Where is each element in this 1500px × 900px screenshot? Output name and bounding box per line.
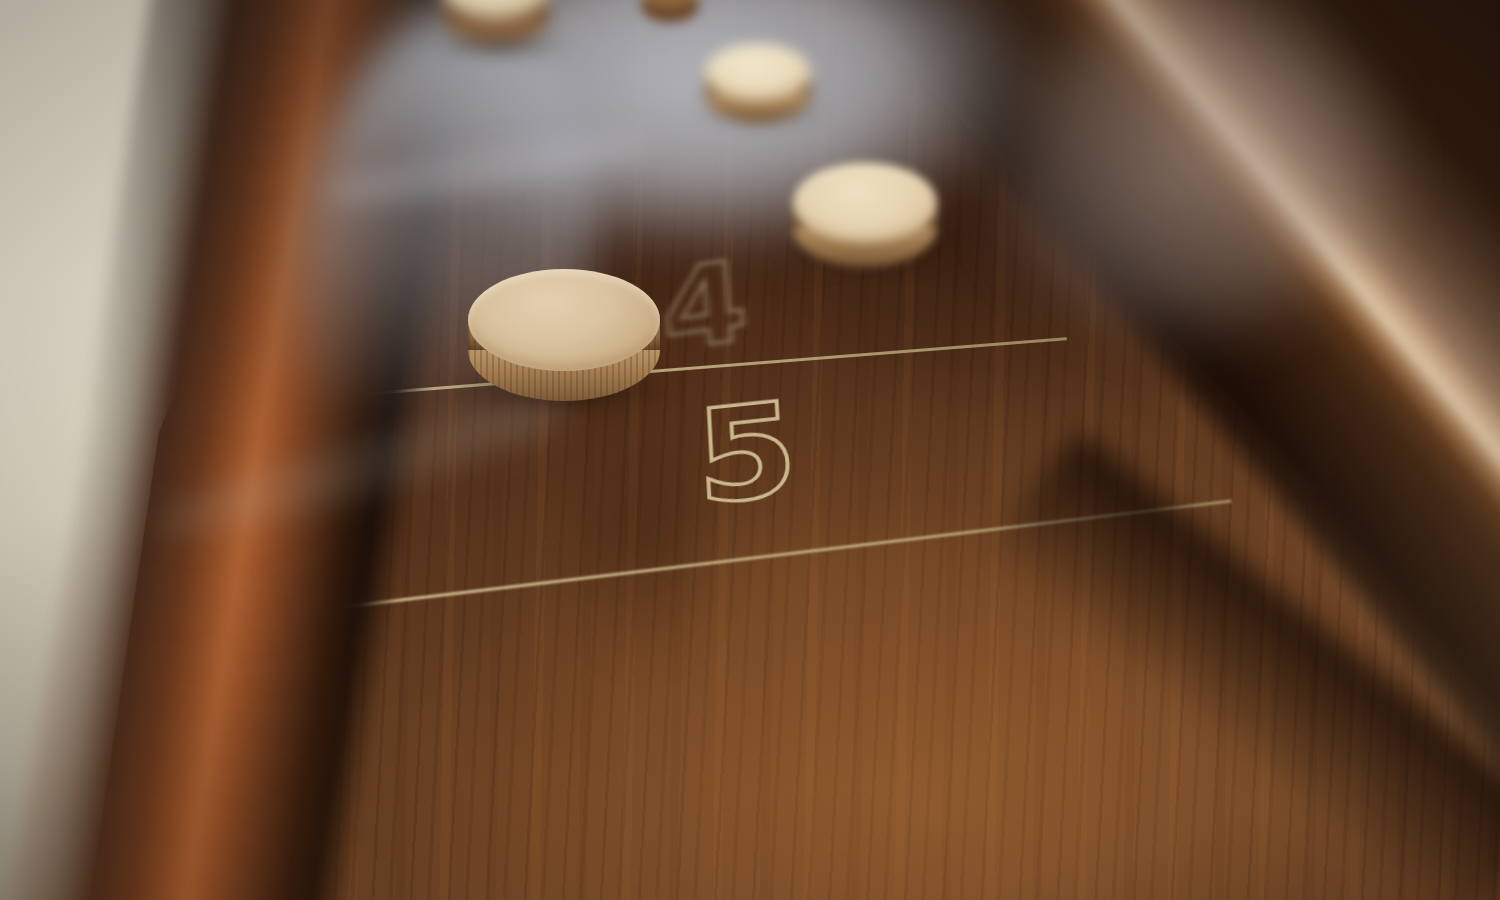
shuffleboard-photo: 4 5 bbox=[0, 0, 1500, 900]
vignette-overlay bbox=[0, 0, 1500, 900]
